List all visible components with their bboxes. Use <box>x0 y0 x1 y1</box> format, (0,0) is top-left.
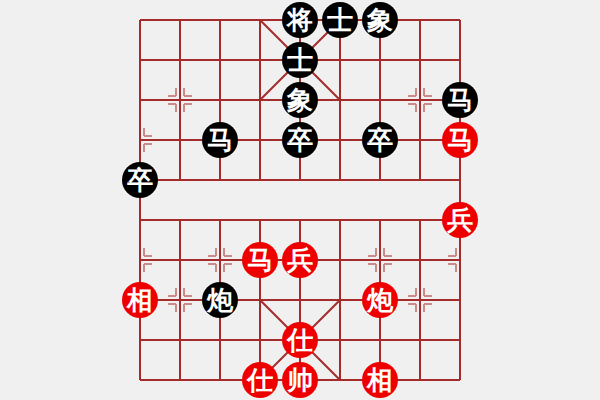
piece-black-general[interactable]: 将 <box>282 2 318 38</box>
piece-red-cannon[interactable]: 炮 <box>362 282 398 318</box>
piece-red-advisor[interactable]: 仕 <box>242 362 278 398</box>
piece-black-cannon[interactable]: 炮 <box>202 282 238 318</box>
piece-black-horse[interactable]: 马 <box>202 122 238 158</box>
piece-black-soldier[interactable]: 卒 <box>362 122 398 158</box>
piece-red-soldier[interactable]: 兵 <box>442 202 478 238</box>
piece-red-soldier[interactable]: 兵 <box>282 242 318 278</box>
piece-black-horse[interactable]: 马 <box>442 82 478 118</box>
piece-red-horse[interactable]: 马 <box>242 242 278 278</box>
piece-black-advisor[interactable]: 士 <box>322 2 358 38</box>
piece-red-advisor[interactable]: 仕 <box>282 322 318 358</box>
piece-red-elephant[interactable]: 相 <box>362 362 398 398</box>
piece-black-elephant[interactable]: 象 <box>362 2 398 38</box>
piece-red-horse[interactable]: 马 <box>442 122 478 158</box>
pieces-grid: 将士象士象马马卒卒卒炮马兵马兵相炮仕仕帅相 <box>120 0 480 400</box>
xiangqi-board: 将士象士象马马卒卒卒炮马兵马兵相炮仕仕帅相 <box>0 0 600 400</box>
piece-red-elephant[interactable]: 相 <box>122 282 158 318</box>
piece-black-advisor[interactable]: 士 <box>282 42 318 78</box>
piece-black-elephant[interactable]: 象 <box>282 82 318 118</box>
piece-black-soldier[interactable]: 卒 <box>122 162 158 198</box>
piece-black-soldier[interactable]: 卒 <box>282 122 318 158</box>
piece-red-general[interactable]: 帅 <box>282 362 318 398</box>
